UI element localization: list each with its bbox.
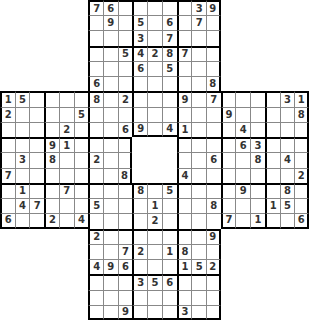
sudoku-cell-r3c13[interactable] — [191, 46, 206, 61]
sudoku-cell-r12c16: 9 — [235, 183, 250, 198]
sudoku-cell-r11c0: 7 — [0, 168, 15, 183]
sudoku-cell-r12c4: 7 — [59, 183, 74, 198]
sudoku-cell-r10c20[interactable] — [294, 152, 309, 167]
sudoku-cell-r11c16[interactable] — [235, 168, 250, 183]
sudoku-cell-r1c8[interactable] — [118, 15, 133, 30]
sudoku-cell-r8c12: 1 — [177, 122, 192, 137]
sudoku-cell-r17c8: 6 — [118, 259, 133, 274]
sudoku-cell-r6c5[interactable] — [74, 91, 89, 106]
sudoku-cell-r20c10[interactable] — [147, 305, 162, 320]
sudoku-cell-r12c20[interactable] — [294, 183, 309, 198]
sudoku-cell-r2c13[interactable] — [191, 30, 206, 45]
sudoku-cell-r14c17: 1 — [250, 213, 265, 228]
sudoku-cell-r6c20: 1 — [294, 91, 309, 106]
sudoku-cell-r17c7: 9 — [103, 259, 118, 274]
sudoku-cell-r6c14: 7 — [206, 91, 221, 106]
sudoku-cell-r9c12[interactable] — [177, 137, 192, 152]
sudoku-cell-r13c8[interactable] — [118, 198, 133, 213]
sudoku-cell-r7c4[interactable] — [59, 107, 74, 122]
sudoku-cell-r4c10[interactable] — [147, 61, 162, 76]
sudoku-cell-r7c6[interactable] — [88, 107, 103, 122]
sudoku-cell-r12c5[interactable] — [74, 183, 89, 198]
sudoku-cell-r13c3[interactable] — [44, 198, 59, 213]
sudoku-cell-r11c8: 8 — [118, 168, 133, 183]
sudoku-cell-r7c19[interactable] — [280, 107, 295, 122]
sudoku-cell-r8c15[interactable] — [221, 122, 236, 137]
sudoku-cell-r14c9[interactable] — [132, 213, 147, 228]
sudoku-cell-r10c6: 2 — [88, 152, 103, 167]
sudoku-cell-r11c19[interactable] — [280, 168, 295, 183]
sudoku-cell-r10c2[interactable] — [29, 152, 44, 167]
sudoku-cell-r6c11[interactable] — [162, 91, 177, 106]
sudoku-cell-r8c16: 4 — [235, 122, 250, 137]
sudoku-cell-r3c7[interactable] — [103, 46, 118, 61]
sudoku-cell-r19c10[interactable] — [147, 290, 162, 305]
sudoku-cell-r5c9[interactable] — [132, 76, 147, 91]
sudoku-cell-r4c7[interactable] — [103, 61, 118, 76]
sudoku-cell-r14c20: 6 — [294, 213, 309, 228]
sudoku-cell-r8c3[interactable] — [44, 122, 59, 137]
sudoku-cell-r14c2[interactable] — [29, 213, 44, 228]
sudoku-cell-r18c8[interactable] — [118, 274, 133, 289]
sudoku-cell-r10c17: 8 — [250, 152, 265, 167]
sudoku-cell-r11c12: 4 — [177, 168, 192, 183]
sudoku-cell-r12c7[interactable] — [103, 183, 118, 198]
sudoku-cell-r0c11[interactable] — [162, 0, 177, 15]
sudoku-cell-r6c17[interactable] — [250, 91, 265, 106]
sudoku-cell-r7c10[interactable] — [147, 107, 162, 122]
sudoku-cell-r7c0: 2 — [0, 107, 15, 122]
sudoku-cell-r8c13[interactable] — [191, 122, 206, 137]
sudoku-cell-r13c1: 4 — [15, 198, 30, 213]
sudoku-cell-r7c13[interactable] — [191, 107, 206, 122]
sudoku-cell-r13c10: 1 — [147, 198, 162, 213]
sudoku-cell-r20c12: 3 — [177, 305, 192, 320]
sudoku-cell-r3c11: 8 — [162, 46, 177, 61]
sudoku-cell-r20c14[interactable] — [206, 305, 221, 320]
sudoku-cell-r18c10: 5 — [147, 274, 162, 289]
sudoku-cell-r15c9[interactable] — [132, 229, 147, 244]
sudoku-cell-r18c14[interactable] — [206, 274, 221, 289]
sudoku-cell-r16c11: 1 — [162, 244, 177, 259]
sudoku-cell-r8c8: 6 — [118, 122, 133, 137]
sudoku-cell-r10c0[interactable] — [0, 152, 15, 167]
sudoku-cell-r17c9[interactable] — [132, 259, 147, 274]
sudoku-cell-r5c10[interactable] — [147, 76, 162, 91]
sudoku-cell-r2c11: 7 — [162, 30, 177, 45]
sudoku-cell-r11c14[interactable] — [206, 168, 221, 183]
sudoku-cell-r9c14[interactable] — [206, 137, 221, 152]
sudoku-cell-r18c6[interactable] — [88, 274, 103, 289]
sudoku-cell-r13c2: 7 — [29, 198, 44, 213]
sudoku-cell-r19c6[interactable] — [88, 290, 103, 305]
sudoku-cell-r7c14[interactable] — [206, 107, 221, 122]
sudoku-cell-r9c20[interactable] — [294, 137, 309, 152]
sudoku-cell-r12c12[interactable] — [177, 183, 192, 198]
sudoku-cell-r9c3: 9 — [44, 137, 59, 152]
sudoku-cell-r14c18[interactable] — [265, 213, 280, 228]
sudoku-cell-r10c3: 8 — [44, 152, 59, 167]
sudoku-cell-r15c13[interactable] — [191, 229, 206, 244]
sudoku-cell-r17c12: 1 — [177, 259, 192, 274]
sudoku-cell-r12c9: 8 — [132, 183, 147, 198]
sudoku-cell-r12c3[interactable] — [44, 183, 59, 198]
sudoku-cell-r4c6[interactable] — [88, 61, 103, 76]
sudoku-cell-r12c11: 5 — [162, 183, 177, 198]
sudoku-cell-r4c8[interactable] — [118, 61, 133, 76]
sudoku-cell-r15c11[interactable] — [162, 229, 177, 244]
sudoku-cell-r3c10: 2 — [147, 46, 162, 61]
sudoku-cell-r0c14: 9 — [206, 0, 221, 15]
sudoku-cell-r9c6[interactable] — [88, 137, 103, 152]
sudoku-cell-r9c15[interactable] — [221, 137, 236, 152]
sudoku-cell-r8c4: 2 — [59, 122, 74, 137]
sudoku-cell-r3c6[interactable] — [88, 46, 103, 61]
sudoku-cell-r1c14[interactable] — [206, 15, 221, 30]
sudoku-cell-r5c13[interactable] — [191, 76, 206, 91]
sudoku-cell-r7c3[interactable] — [44, 107, 59, 122]
sudoku-cell-r9c7[interactable] — [103, 137, 118, 152]
sudoku-cell-r14c19[interactable] — [280, 213, 295, 228]
sudoku-cell-r15c8[interactable] — [118, 229, 133, 244]
sudoku-cell-r2c14[interactable] — [206, 30, 221, 45]
sudoku-cell-r7c5: 5 — [74, 107, 89, 122]
sudoku-cell-r14c10: 2 — [147, 213, 162, 228]
sudoku-cell-r9c1[interactable] — [15, 137, 30, 152]
sudoku-cell-r8c17[interactable] — [250, 122, 265, 137]
sudoku-cell-r10c7[interactable] — [103, 152, 118, 167]
sudoku-cell-r13c12[interactable] — [177, 198, 192, 213]
sudoku-cell-r19c11[interactable] — [162, 290, 177, 305]
sudoku-cell-r11c4[interactable] — [59, 168, 74, 183]
sudoku-cell-r6c19: 3 — [280, 91, 295, 106]
sudoku-cell-r1c6[interactable] — [88, 15, 103, 30]
sudoku-cell-r6c10[interactable] — [147, 91, 162, 106]
sudoku-cell-r10c13[interactable] — [191, 152, 206, 167]
sudoku-cell-r11c20: 2 — [294, 168, 309, 183]
sudoku-cell-r14c13[interactable] — [191, 213, 206, 228]
sudoku-cell-r15c12[interactable] — [177, 229, 192, 244]
sudoku-cell-r10c12[interactable] — [177, 152, 192, 167]
sudoku-cell-r18c13[interactable] — [191, 274, 206, 289]
sudoku-cell-r8c11: 4 — [162, 122, 177, 137]
sudoku-cell-r17c10[interactable] — [147, 259, 162, 274]
sudoku-cell-r7c11[interactable] — [162, 107, 177, 122]
sudoku-cell-r18c12[interactable] — [177, 274, 192, 289]
sudoku-cell-r14c5: 4 — [74, 213, 89, 228]
sudoku-cell-r9c17: 3 — [250, 137, 265, 152]
sudoku-cell-r6c9[interactable] — [132, 91, 147, 106]
sudoku-cell-r5c7[interactable] — [103, 76, 118, 91]
sudoku-cell-r12c15[interactable] — [221, 183, 236, 198]
sudoku-cell-r1c11: 6 — [162, 15, 177, 30]
sudoku-cell-r10c8[interactable] — [118, 152, 133, 167]
sudoku-cell-r11c2[interactable] — [29, 168, 44, 183]
sudoku-cell-r10c1: 3 — [15, 152, 30, 167]
sudoku-cell-r16c9: 2 — [132, 244, 147, 259]
sudoku-cell-r6c16[interactable] — [235, 91, 250, 106]
sudoku-cell-r17c11[interactable] — [162, 259, 177, 274]
sudoku-cell-r12c10[interactable] — [147, 183, 162, 198]
sudoku-cell-r18c7[interactable] — [103, 274, 118, 289]
sudoku-cell-r6c0: 1 — [0, 91, 15, 106]
sudoku-cell-r6c3[interactable] — [44, 91, 59, 106]
sudoku-cell-r13c17[interactable] — [250, 198, 265, 213]
sudoku-cell-r7c1[interactable] — [15, 107, 30, 122]
sudoku-cell-r9c13[interactable] — [191, 137, 206, 152]
sudoku-cell-r18c11: 6 — [162, 274, 177, 289]
sudoku-cell-r1c12[interactable] — [177, 15, 192, 30]
sudoku-cell-r5c8[interactable] — [118, 76, 133, 91]
sudoku-cell-r17c14: 2 — [206, 259, 221, 274]
sudoku-cell-r13c16[interactable] — [235, 198, 250, 213]
sudoku-cell-r2c8[interactable] — [118, 30, 133, 45]
sudoku-cell-r0c10[interactable] — [147, 0, 162, 15]
sudoku-cell-r4c14[interactable] — [206, 61, 221, 76]
sudoku-cell-r3c9: 4 — [132, 46, 147, 61]
sudoku-cell-r1c7: 9 — [103, 15, 118, 30]
sudoku-cell-r6c13[interactable] — [191, 91, 206, 106]
sudoku-cell-r1c13: 7 — [191, 15, 206, 30]
sudoku-cell-r11c18[interactable] — [265, 168, 280, 183]
sudoku-cell-r7c17[interactable] — [250, 107, 265, 122]
sudoku-cell-r15c6: 2 — [88, 229, 103, 244]
sudoku-cell-r3c8: 5 — [118, 46, 133, 61]
sudoku-cell-r15c14: 9 — [206, 229, 221, 244]
sudoku-cell-r10c19: 4 — [280, 152, 295, 167]
sudoku-cell-r11c5[interactable] — [74, 168, 89, 183]
sudoku-cell-r16c7[interactable] — [103, 244, 118, 259]
sudoku-cell-r6c15[interactable] — [221, 91, 236, 106]
sudoku-cell-r19c9[interactable] — [132, 290, 147, 305]
sudoku-cell-r0c9[interactable] — [132, 0, 147, 15]
sudoku-cell-r14c0: 6 — [0, 213, 15, 228]
sudoku-cell-r8c7[interactable] — [103, 122, 118, 137]
sudoku-cell-r8c14[interactable] — [206, 122, 221, 137]
sudoku-cell-r14c4[interactable] — [59, 213, 74, 228]
sudoku-cell-r12c2[interactable] — [29, 183, 44, 198]
sudoku-cell-r1c10[interactable] — [147, 15, 162, 30]
sudoku-cell-r6c6: 8 — [88, 91, 103, 106]
sudoku-cell-r6c2[interactable] — [29, 91, 44, 106]
sudoku-cell-r17c13: 5 — [191, 259, 206, 274]
sudoku-cell-r5c12[interactable] — [177, 76, 192, 91]
sudoku-cell-r19c13[interactable] — [191, 290, 206, 305]
sudoku-cell-r19c14[interactable] — [206, 290, 221, 305]
sudoku-cell-r14c1[interactable] — [15, 213, 30, 228]
sudoku-cell-r9c2[interactable] — [29, 137, 44, 152]
sudoku-cell-r9c16: 6 — [235, 137, 250, 152]
sudoku-cell-r8c18[interactable] — [265, 122, 280, 137]
sudoku-cell-r9c19[interactable] — [280, 137, 295, 152]
sudoku-cell-r2c12[interactable] — [177, 30, 192, 45]
sudoku-cell-r7c16[interactable] — [235, 107, 250, 122]
sudoku-cell-r6c1: 5 — [15, 91, 30, 106]
sudoku-cell-r5c11[interactable] — [162, 76, 177, 91]
sudoku-cell-r8c19[interactable] — [280, 122, 295, 137]
sudoku-cell-r20c9[interactable] — [132, 305, 147, 320]
sudoku-cell-r16c8: 7 — [118, 244, 133, 259]
sudoku-cell-r16c12: 8 — [177, 244, 192, 259]
sudoku-cell-r13c5[interactable] — [74, 198, 89, 213]
sudoku-cell-r9c4: 1 — [59, 137, 74, 152]
sudoku-cell-r16c6[interactable] — [88, 244, 103, 259]
sudoku-cell-r3c12: 7 — [177, 46, 192, 61]
sudoku-cell-r13c6: 5 — [88, 198, 103, 213]
sudoku-cell-r12c6[interactable] — [88, 183, 103, 198]
sudoku-cell-r7c15: 9 — [221, 107, 236, 122]
sudoku-cell-r8c9: 9 — [132, 122, 147, 137]
sudoku-cell-r14c16[interactable] — [235, 213, 250, 228]
sudoku-cell-r8c5[interactable] — [74, 122, 89, 137]
sudoku-cell-r10c15[interactable] — [221, 152, 236, 167]
sudoku-cell-r13c4[interactable] — [59, 198, 74, 213]
sudoku-cell-r1c9: 5 — [132, 15, 147, 30]
sudoku-cell-r0c7: 6 — [103, 0, 118, 15]
sudoku-cell-r19c12[interactable] — [177, 290, 192, 305]
sudoku-cell-r7c2[interactable] — [29, 107, 44, 122]
sudoku-cell-r12c13[interactable] — [191, 183, 206, 198]
sudoku-cell-r4c11: 5 — [162, 61, 177, 76]
sudoku-cell-r11c7[interactable] — [103, 168, 118, 183]
sudoku-cell-r8c2[interactable] — [29, 122, 44, 137]
sudoku-cell-r13c9[interactable] — [132, 198, 147, 213]
sudoku-cell-r14c15: 7 — [221, 213, 236, 228]
sudoku-cell-r17c6: 4 — [88, 259, 103, 274]
sudoku-cell-r4c12[interactable] — [177, 61, 192, 76]
sudoku-cell-r7c20: 8 — [294, 107, 309, 122]
sudoku-cell-r10c18[interactable] — [265, 152, 280, 167]
sudoku-cell-r4c13[interactable] — [191, 61, 206, 76]
sudoku-cell-r5c6: 6 — [88, 76, 103, 91]
sudoku-cell-r12c1: 1 — [15, 183, 30, 198]
sudoku-cell-r19c8[interactable] — [118, 290, 133, 305]
sudoku-cell-r13c20[interactable] — [294, 198, 309, 213]
sudoku-cell-r7c12[interactable] — [177, 107, 192, 122]
sudoku-cell-r6c4[interactable] — [59, 91, 74, 106]
sudoku-cell-r20c11[interactable] — [162, 305, 177, 320]
sudoku-cell-r9c5[interactable] — [74, 137, 89, 152]
sudoku-cell-r0c13: 3 — [191, 0, 206, 15]
sudoku-cell-r14c3: 2 — [44, 213, 59, 228]
sudoku-cell-r8c10[interactable] — [147, 122, 162, 137]
sudoku-cell-r6c18[interactable] — [265, 91, 280, 106]
sudoku-cell-r11c6[interactable] — [88, 168, 103, 183]
sudoku-cell-r11c1[interactable] — [15, 168, 30, 183]
sudoku-cell-r20c8: 9 — [118, 305, 133, 320]
sudoku-cell-r12c8[interactable] — [118, 183, 133, 198]
sudoku-cell-r13c18: 1 — [265, 198, 280, 213]
sudoku-cell-r2c10[interactable] — [147, 30, 162, 45]
sudoku-cell-r14c12[interactable] — [177, 213, 192, 228]
sudoku-cell-r5c14: 8 — [206, 76, 221, 91]
sudoku-cell-r7c7[interactable] — [103, 107, 118, 122]
sudoku-cell-r16c10[interactable] — [147, 244, 162, 259]
sudoku-cell-r8c1[interactable] — [15, 122, 30, 137]
sudoku-cell-r12c0[interactable] — [0, 183, 15, 198]
sudoku-cell-r7c18[interactable] — [265, 107, 280, 122]
sudoku-cell-r2c7[interactable] — [103, 30, 118, 45]
sudoku-cell-r15c10[interactable] — [147, 229, 162, 244]
sudoku-cell-r2c9: 3 — [132, 30, 147, 45]
sudoku-cell-r20c7[interactable] — [103, 305, 118, 320]
sudoku-cell-r20c13[interactable] — [191, 305, 206, 320]
sudoku-cell-r14c7[interactable] — [103, 213, 118, 228]
sudoku-cell-r8c6[interactable] — [88, 122, 103, 137]
sudoku-cell-r14c14[interactable] — [206, 213, 221, 228]
sudoku-cell-r13c0[interactable] — [0, 198, 15, 213]
sudoku-cell-r4c9: 6 — [132, 61, 147, 76]
sudoku-cell-r9c18[interactable] — [265, 137, 280, 152]
sudoku-cell-r11c13[interactable] — [191, 168, 206, 183]
sudoku-cell-r0c12[interactable] — [177, 0, 192, 15]
sudoku-cell-r13c13[interactable] — [191, 198, 206, 213]
sudoku-cell-r13c19: 5 — [280, 198, 295, 213]
sudoku-cell-r13c14: 8 — [206, 198, 221, 213]
sudoku-cell-r9c0[interactable] — [0, 137, 15, 152]
sudoku-board: 7639956737542876568158297312598269414916… — [0, 0, 309, 320]
sudoku-cell-r14c11[interactable] — [162, 213, 177, 228]
sudoku-cell-r0c6: 7 — [88, 0, 103, 15]
sudoku-cell-r11c15[interactable] — [221, 168, 236, 183]
sudoku-cell-r3c14[interactable] — [206, 46, 221, 61]
sudoku-cell-r0c8[interactable] — [118, 0, 133, 15]
sudoku-cell-r6c8: 2 — [118, 91, 133, 106]
sudoku-cell-r7c8[interactable] — [118, 107, 133, 122]
sudoku-cell-r10c16[interactable] — [235, 152, 250, 167]
sudoku-cell-r8c0[interactable] — [0, 122, 15, 137]
sudoku-cell-r18c9: 3 — [132, 274, 147, 289]
sudoku-cell-r13c15[interactable] — [221, 198, 236, 213]
sudoku-cell-r14c6[interactable] — [88, 213, 103, 228]
sudoku-cell-r8c20[interactable] — [294, 122, 309, 137]
sudoku-cell-r11c3[interactable] — [44, 168, 59, 183]
sudoku-cell-r12c14[interactable] — [206, 183, 221, 198]
sudoku-cell-r12c18[interactable] — [265, 183, 280, 198]
sudoku-cell-r20c6[interactable] — [88, 305, 103, 320]
sudoku-cell-r16c14[interactable] — [206, 244, 221, 259]
sudoku-cell-r10c4[interactable] — [59, 152, 74, 167]
sudoku-cell-r11c17[interactable] — [250, 168, 265, 183]
sudoku-cell-r14c8[interactable] — [118, 213, 133, 228]
sudoku-cell-r13c11[interactable] — [162, 198, 177, 213]
sudoku-cell-r13c7[interactable] — [103, 198, 118, 213]
sudoku-cell-r15c7[interactable] — [103, 229, 118, 244]
sudoku-cell-r19c7[interactable] — [103, 290, 118, 305]
sudoku-cell-r6c7[interactable] — [103, 91, 118, 106]
sudoku-cell-r16c13[interactable] — [191, 244, 206, 259]
sudoku-cell-r10c5[interactable] — [74, 152, 89, 167]
sudoku-cell-r2c6[interactable] — [88, 30, 103, 45]
sudoku-cell-r10c14: 6 — [206, 152, 221, 167]
sudoku-cell-r7c9[interactable] — [132, 107, 147, 122]
sudoku-cell-r12c17[interactable] — [250, 183, 265, 198]
sudoku-cell-r9c8[interactable] — [118, 137, 133, 152]
sudoku-cell-r6c12: 9 — [177, 91, 192, 106]
sudoku-cell-r12c19: 8 — [280, 183, 295, 198]
